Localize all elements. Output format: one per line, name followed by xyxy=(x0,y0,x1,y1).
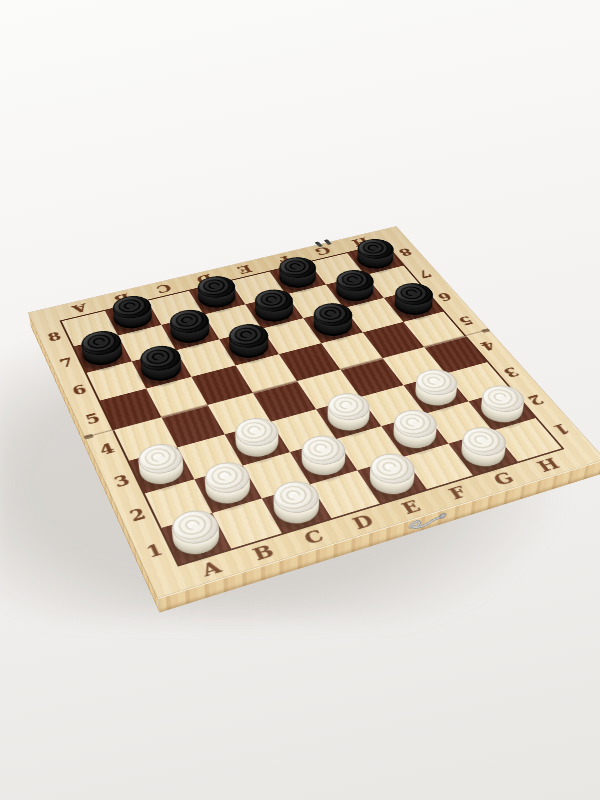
white-checker-e1[interactable]: ● xyxy=(363,460,421,499)
white-checker-f2[interactable]: ● xyxy=(387,417,443,453)
white-checker-c1[interactable]: ● xyxy=(267,488,325,529)
white-checker-h2[interactable]: ● xyxy=(474,393,530,428)
white-checker-g3[interactable]: ● xyxy=(409,377,464,411)
white-checker-a3[interactable]: ● xyxy=(134,451,189,490)
white-checker-c3[interactable]: ● xyxy=(230,425,285,462)
white-checker-e3[interactable]: ● xyxy=(321,400,376,435)
white-checker-a1[interactable]: ● xyxy=(167,517,226,560)
white-checker-d2[interactable]: ● xyxy=(295,442,352,480)
white-checker-b2[interactable]: ● xyxy=(200,469,257,509)
scene: ABCDEFGH ABCDEFGH 87654321 87654321 ●●●●… xyxy=(0,0,600,800)
photo-background: { "game": { "name": "Checkers (Russian d… xyxy=(0,0,600,800)
white-checker-g1[interactable]: ● xyxy=(454,434,512,471)
